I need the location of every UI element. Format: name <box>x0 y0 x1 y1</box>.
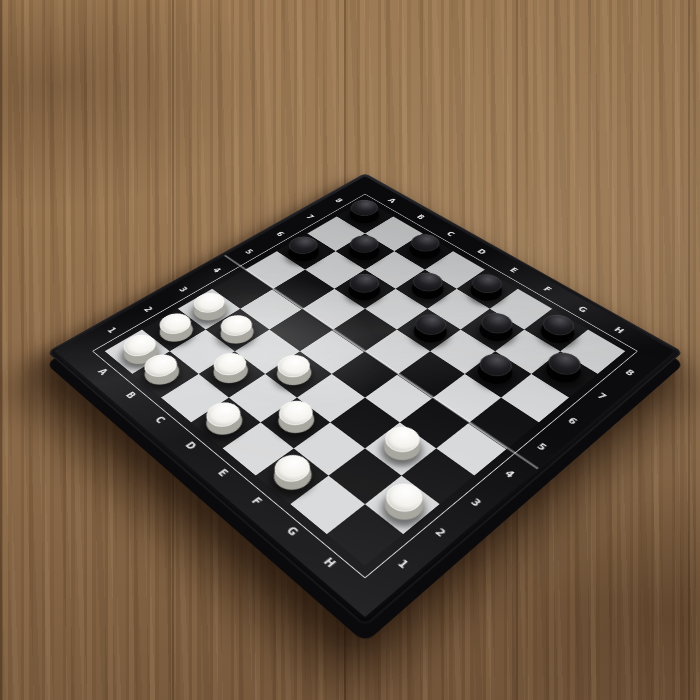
piece-white-c2[interactable] <box>209 356 254 387</box>
piece-black-g6[interactable] <box>473 357 518 388</box>
piece-white-f1[interactable] <box>268 457 317 495</box>
label-rank-7-left: 7 <box>297 210 322 225</box>
piece-white-d1[interactable] <box>201 405 248 439</box>
piece-white-d3[interactable] <box>272 358 317 389</box>
piece-white-e2[interactable] <box>273 403 320 437</box>
piece-white-b1[interactable] <box>140 357 185 388</box>
piece-white-h2[interactable] <box>379 485 429 524</box>
piece-black-h7[interactable] <box>541 355 586 386</box>
